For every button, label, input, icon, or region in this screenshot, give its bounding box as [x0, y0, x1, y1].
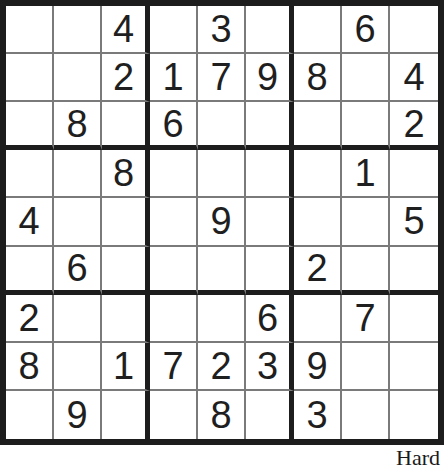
cell-r9c2[interactable]: 9 [54, 391, 102, 439]
cell-r1c2[interactable] [54, 6, 102, 54]
cell-r1c4[interactable] [150, 6, 198, 54]
cell-r3c1[interactable] [6, 102, 54, 150]
cell-r9c8[interactable] [342, 391, 390, 439]
cell-r5c6[interactable] [246, 198, 294, 246]
cell-r3c6[interactable] [246, 102, 294, 150]
cell-r5c7[interactable] [294, 198, 342, 246]
cell-r2c8[interactable] [342, 54, 390, 102]
cell-r8c3[interactable]: 1 [102, 343, 150, 391]
cell-r6c7[interactable]: 2 [294, 247, 342, 295]
cell-r5c9[interactable]: 5 [390, 198, 438, 246]
cell-r1c9[interactable] [390, 6, 438, 54]
cell-r7c3[interactable] [102, 295, 150, 343]
cell-r9c4[interactable] [150, 391, 198, 439]
cell-r4c2[interactable] [54, 150, 102, 198]
cell-r4c9[interactable] [390, 150, 438, 198]
cell-r3c8[interactable] [342, 102, 390, 150]
cell-r3c4[interactable]: 6 [150, 102, 198, 150]
cell-r4c3[interactable]: 8 [102, 150, 150, 198]
cell-r8c9[interactable] [390, 343, 438, 391]
cell-r6c2[interactable]: 6 [54, 247, 102, 295]
sudoku-board: 4362179848628149562267817239983 [0, 0, 444, 445]
cell-r3c2[interactable]: 8 [54, 102, 102, 150]
cell-r4c7[interactable] [294, 150, 342, 198]
cell-r8c8[interactable] [342, 343, 390, 391]
cell-r8c7[interactable]: 9 [294, 343, 342, 391]
cell-r6c5[interactable] [198, 247, 246, 295]
cell-r1c3[interactable]: 4 [102, 6, 150, 54]
cell-r6c4[interactable] [150, 247, 198, 295]
cell-r1c1[interactable] [6, 6, 54, 54]
cell-r7c2[interactable] [54, 295, 102, 343]
cell-r2c1[interactable] [6, 54, 54, 102]
cell-r2c2[interactable] [54, 54, 102, 102]
cell-r9c7[interactable]: 3 [294, 391, 342, 439]
cell-r6c3[interactable] [102, 247, 150, 295]
cell-r7c4[interactable] [150, 295, 198, 343]
cell-r2c5[interactable]: 7 [198, 54, 246, 102]
cell-r8c2[interactable] [54, 343, 102, 391]
cell-r4c5[interactable] [198, 150, 246, 198]
cell-r9c3[interactable] [102, 391, 150, 439]
cell-r3c9[interactable]: 2 [390, 102, 438, 150]
cell-r6c1[interactable] [6, 247, 54, 295]
cell-r8c5[interactable]: 2 [198, 343, 246, 391]
cell-r6c6[interactable] [246, 247, 294, 295]
cell-r9c1[interactable] [6, 391, 54, 439]
cell-r7c1[interactable]: 2 [6, 295, 54, 343]
cell-r5c1[interactable]: 4 [6, 198, 54, 246]
cell-r2c7[interactable]: 8 [294, 54, 342, 102]
cell-r7c6[interactable]: 6 [246, 295, 294, 343]
cell-r9c6[interactable] [246, 391, 294, 439]
sudoku-page: 4362179848628149562267817239983 Hard [0, 0, 444, 470]
cell-r5c8[interactable] [342, 198, 390, 246]
cell-r7c8[interactable]: 7 [342, 295, 390, 343]
cell-r4c6[interactable] [246, 150, 294, 198]
cell-r9c5[interactable]: 8 [198, 391, 246, 439]
cell-r4c4[interactable] [150, 150, 198, 198]
cell-r4c8[interactable]: 1 [342, 150, 390, 198]
cell-r1c8[interactable]: 6 [342, 6, 390, 54]
cell-r1c5[interactable]: 3 [198, 6, 246, 54]
cell-r2c3[interactable]: 2 [102, 54, 150, 102]
cell-r2c6[interactable]: 9 [246, 54, 294, 102]
cell-r5c5[interactable]: 9 [198, 198, 246, 246]
cell-r7c7[interactable] [294, 295, 342, 343]
cell-r2c9[interactable]: 4 [390, 54, 438, 102]
cell-r5c4[interactable] [150, 198, 198, 246]
cell-r5c3[interactable] [102, 198, 150, 246]
cell-r5c2[interactable] [54, 198, 102, 246]
cell-r6c8[interactable] [342, 247, 390, 295]
cell-r1c7[interactable] [294, 6, 342, 54]
cell-r9c9[interactable] [390, 391, 438, 439]
cell-r8c4[interactable]: 7 [150, 343, 198, 391]
cell-r8c6[interactable]: 3 [246, 343, 294, 391]
cell-r7c9[interactable] [390, 295, 438, 343]
cell-r1c6[interactable] [246, 6, 294, 54]
cell-r6c9[interactable] [390, 247, 438, 295]
difficulty-label: Hard [0, 445, 444, 470]
cell-r3c3[interactable] [102, 102, 150, 150]
cell-r2c4[interactable]: 1 [150, 54, 198, 102]
cell-r7c5[interactable] [198, 295, 246, 343]
cell-r3c5[interactable] [198, 102, 246, 150]
cell-r8c1[interactable]: 8 [6, 343, 54, 391]
cell-r4c1[interactable] [6, 150, 54, 198]
cell-r3c7[interactable] [294, 102, 342, 150]
